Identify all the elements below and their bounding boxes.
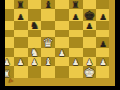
square-g6[interactable]: ♟ <box>83 21 97 30</box>
square-c8[interactable] <box>28 0 42 9</box>
square-e5[interactable] <box>55 30 69 37</box>
square-c7[interactable] <box>28 9 42 21</box>
square-e2[interactable] <box>55 57 69 66</box>
square-e6[interactable] <box>55 21 69 30</box>
square-e1[interactable] <box>55 66 69 78</box>
square-g1[interactable]: ♚ <box>83 66 97 78</box>
square-d8[interactable]: ♝ <box>41 0 55 9</box>
square-e4[interactable] <box>55 37 69 48</box>
square-d6[interactable] <box>41 21 55 30</box>
square-c6[interactable]: ♞ <box>28 21 42 30</box>
square-d1[interactable] <box>41 66 55 78</box>
square-b2[interactable]: ♟ <box>14 57 28 66</box>
square-h2[interactable]: ♟ <box>96 57 110 66</box>
square-g3[interactable] <box>83 48 97 57</box>
square-f7[interactable]: ♟ <box>69 9 83 21</box>
square-d3[interactable] <box>41 48 55 57</box>
square-h7[interactable]: ♟ <box>96 9 110 21</box>
square-b8[interactable]: ♜ <box>14 0 28 9</box>
square-d7[interactable] <box>41 9 55 21</box>
square-h1[interactable] <box>96 66 110 78</box>
square-f6[interactable] <box>69 21 83 30</box>
square-b4[interactable] <box>14 37 28 48</box>
square-b1[interactable] <box>14 66 28 78</box>
square-c1[interactable] <box>28 66 42 78</box>
square-b6[interactable] <box>14 21 28 30</box>
chess-board[interactable]: ♜♝♜♟♟♚♟♞♟♛♟♞♟♟♟♟♝♟♟♟♜♚ <box>0 0 110 78</box>
square-f2[interactable]: ♟ <box>69 57 83 66</box>
square-f3[interactable] <box>69 48 83 57</box>
square-g8[interactable] <box>83 0 97 9</box>
square-f5[interactable] <box>69 30 83 37</box>
square-f8[interactable]: ♜ <box>69 0 83 9</box>
square-g2[interactable]: ♟ <box>83 57 97 66</box>
square-d2[interactable]: ♝ <box>41 57 55 66</box>
square-c3[interactable]: ♞ <box>28 48 42 57</box>
square-c4[interactable] <box>28 37 42 48</box>
square-h4[interactable]: ♟ <box>96 37 110 48</box>
square-c5[interactable] <box>28 30 42 37</box>
screen-edge-bottom <box>0 86 120 90</box>
square-g7[interactable]: ♚ <box>83 9 97 21</box>
square-g4[interactable] <box>83 37 97 48</box>
square-e7[interactable] <box>55 9 69 21</box>
square-b7[interactable]: ♟ <box>14 9 28 21</box>
square-h3[interactable] <box>96 48 110 57</box>
square-f4[interactable] <box>69 37 83 48</box>
square-g5[interactable] <box>83 30 97 37</box>
screen-edge-left <box>0 0 5 90</box>
square-e8[interactable] <box>55 0 69 9</box>
square-h5[interactable] <box>96 30 110 37</box>
square-c2[interactable]: ♟ <box>28 57 42 66</box>
square-h6[interactable] <box>96 21 110 30</box>
square-b3[interactable] <box>14 48 28 57</box>
board-border-bottom <box>0 78 115 86</box>
square-e3[interactable]: ♟ <box>55 48 69 57</box>
square-f1[interactable] <box>69 66 83 78</box>
square-d5[interactable] <box>41 30 55 37</box>
square-h8[interactable] <box>96 0 110 9</box>
screen-edge-right <box>115 0 120 90</box>
square-b5[interactable] <box>14 30 28 37</box>
square-d4[interactable]: ♛ <box>41 37 55 48</box>
chess-game-screen: ♜♝♜♟♟♚♟♞♟♛♟♞♟♟♟♟♝♟♟♟♜♚ ➤ <box>0 0 120 90</box>
